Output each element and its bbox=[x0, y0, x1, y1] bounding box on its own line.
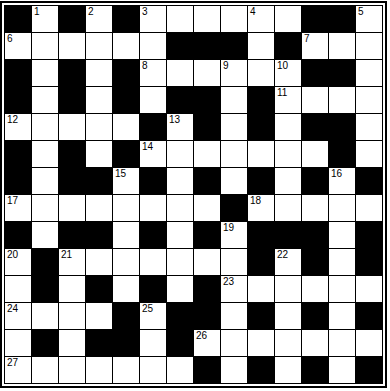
grid-cell[interactable] bbox=[194, 141, 220, 167]
blocked-cell bbox=[302, 303, 328, 329]
grid-cell[interactable]: 3 bbox=[140, 6, 166, 32]
blocked-cell bbox=[248, 357, 274, 383]
grid-cell[interactable] bbox=[32, 60, 58, 86]
clue-number: 8 bbox=[142, 60, 148, 71]
clue-number: 15 bbox=[115, 168, 126, 179]
blocked-cell bbox=[5, 168, 31, 194]
grid-cell[interactable] bbox=[113, 357, 139, 383]
blocked-cell bbox=[302, 168, 328, 194]
grid-cell[interactable] bbox=[275, 114, 301, 140]
grid-cell[interactable] bbox=[329, 195, 355, 221]
grid-cell[interactable] bbox=[194, 6, 220, 32]
grid-cell[interactable] bbox=[5, 276, 31, 302]
grid-cell[interactable] bbox=[113, 222, 139, 248]
grid-cell[interactable] bbox=[167, 6, 193, 32]
grid-cell[interactable] bbox=[275, 141, 301, 167]
grid-cell[interactable] bbox=[248, 33, 274, 59]
grid-cell[interactable]: 21 bbox=[59, 249, 85, 275]
grid-cell[interactable] bbox=[32, 141, 58, 167]
blocked-cell bbox=[167, 303, 193, 329]
blocked-cell bbox=[5, 60, 31, 86]
grid-cell[interactable] bbox=[140, 330, 166, 356]
blocked-cell bbox=[356, 249, 382, 275]
grid-cell[interactable] bbox=[221, 330, 247, 356]
blocked-cell bbox=[140, 168, 166, 194]
grid-cell[interactable]: 2 bbox=[86, 6, 112, 32]
grid-cell[interactable]: 18 bbox=[248, 195, 274, 221]
blocked-cell bbox=[5, 6, 31, 32]
grid-cell[interactable] bbox=[32, 303, 58, 329]
grid-cell[interactable]: 9 bbox=[221, 60, 247, 86]
grid-cell[interactable] bbox=[302, 87, 328, 113]
blocked-cell bbox=[140, 222, 166, 248]
grid-cell[interactable] bbox=[86, 114, 112, 140]
grid-cell[interactable] bbox=[356, 114, 382, 140]
blocked-cell bbox=[302, 114, 328, 140]
grid-cell[interactable] bbox=[5, 330, 31, 356]
grid-cell[interactable]: 8 bbox=[140, 60, 166, 86]
grid-cell[interactable] bbox=[329, 33, 355, 59]
blocked-cell bbox=[302, 357, 328, 383]
blocked-cell bbox=[86, 276, 112, 302]
blocked-cell bbox=[113, 303, 139, 329]
blocked-cell bbox=[248, 303, 274, 329]
grid-cell[interactable]: 15 bbox=[113, 168, 139, 194]
grid-cell[interactable] bbox=[302, 276, 328, 302]
clue-number: 23 bbox=[223, 276, 234, 287]
grid-cell[interactable] bbox=[167, 141, 193, 167]
clue-number: 2 bbox=[88, 6, 94, 17]
blocked-cell bbox=[302, 60, 328, 86]
blocked-cell bbox=[59, 87, 85, 113]
clue-number: 26 bbox=[196, 330, 207, 341]
blocked-cell bbox=[167, 87, 193, 113]
grid-cell[interactable] bbox=[167, 168, 193, 194]
grid-cell[interactable] bbox=[32, 222, 58, 248]
grid-cell[interactable] bbox=[329, 330, 355, 356]
clue-number: 11 bbox=[277, 87, 287, 98]
blocked-cell bbox=[5, 141, 31, 167]
blocked-cell bbox=[275, 33, 301, 59]
clue-number: 21 bbox=[61, 249, 72, 260]
grid-cell[interactable] bbox=[221, 357, 247, 383]
grid-cell[interactable] bbox=[194, 249, 220, 275]
blocked-cell bbox=[167, 330, 193, 356]
grid-cell[interactable]: 5 bbox=[356, 6, 382, 32]
blocked-cell bbox=[356, 168, 382, 194]
blocked-cell bbox=[221, 33, 247, 59]
grid-cell[interactable] bbox=[329, 276, 355, 302]
grid-cell[interactable]: 12 bbox=[5, 114, 31, 140]
grid-cell[interactable] bbox=[32, 195, 58, 221]
grid-cell[interactable] bbox=[59, 195, 85, 221]
blocked-cell bbox=[194, 303, 220, 329]
blocked-cell bbox=[302, 6, 328, 32]
blocked-cell bbox=[59, 168, 85, 194]
clue-number: 16 bbox=[331, 168, 342, 179]
clue-number: 24 bbox=[7, 303, 18, 314]
clue-number: 7 bbox=[304, 33, 310, 44]
grid-cell[interactable]: 25 bbox=[140, 303, 166, 329]
grid-cell[interactable]: 13 bbox=[167, 114, 193, 140]
blocked-cell bbox=[113, 141, 139, 167]
grid-cell[interactable] bbox=[302, 141, 328, 167]
blocked-cell bbox=[302, 249, 328, 275]
blocked-cell bbox=[248, 222, 274, 248]
clue-number: 5 bbox=[358, 6, 364, 17]
blocked-cell bbox=[86, 222, 112, 248]
blocked-cell bbox=[86, 168, 112, 194]
clue-number: 10 bbox=[277, 60, 288, 71]
clue-number: 25 bbox=[142, 303, 153, 314]
blocked-cell bbox=[32, 249, 58, 275]
grid-cell[interactable] bbox=[86, 60, 112, 86]
grid-cell[interactable] bbox=[356, 33, 382, 59]
grid-cell[interactable] bbox=[32, 114, 58, 140]
grid-cell[interactable]: 4 bbox=[248, 6, 274, 32]
grid-cell[interactable] bbox=[275, 168, 301, 194]
grid-cell[interactable]: 23 bbox=[221, 276, 247, 302]
grid-cell[interactable]: 27 bbox=[5, 357, 31, 383]
clue-number: 9 bbox=[223, 60, 229, 71]
blocked-cell bbox=[59, 141, 85, 167]
blocked-cell bbox=[113, 330, 139, 356]
grid-cell[interactable] bbox=[356, 330, 382, 356]
blocked-cell bbox=[113, 60, 139, 86]
grid-cell[interactable] bbox=[32, 33, 58, 59]
grid-cell[interactable] bbox=[167, 276, 193, 302]
grid-cell[interactable] bbox=[275, 330, 301, 356]
clue-number: 1 bbox=[34, 6, 40, 17]
grid-cell[interactable] bbox=[329, 222, 355, 248]
grid-cell[interactable]: 20 bbox=[5, 249, 31, 275]
blocked-cell bbox=[140, 114, 166, 140]
blocked-cell bbox=[140, 276, 166, 302]
blocked-cell bbox=[356, 303, 382, 329]
clue-number: 14 bbox=[142, 141, 153, 152]
grid-cell[interactable] bbox=[167, 60, 193, 86]
blocked-cell bbox=[194, 168, 220, 194]
grid-cell[interactable] bbox=[140, 249, 166, 275]
blocked-cell bbox=[248, 114, 274, 140]
grid-cell[interactable] bbox=[59, 303, 85, 329]
blocked-cell bbox=[329, 60, 355, 86]
grid-cell[interactable] bbox=[86, 357, 112, 383]
grid-cell[interactable] bbox=[86, 141, 112, 167]
clue-number: 19 bbox=[223, 222, 234, 233]
blocked-cell bbox=[329, 141, 355, 167]
grid-cell[interactable]: 16 bbox=[329, 168, 355, 194]
grid-cell[interactable] bbox=[86, 33, 112, 59]
grid-cell[interactable] bbox=[113, 114, 139, 140]
grid-cell[interactable] bbox=[275, 303, 301, 329]
grid-cell[interactable] bbox=[113, 195, 139, 221]
clue-number: 4 bbox=[250, 6, 256, 17]
grid-cell[interactable] bbox=[194, 195, 220, 221]
grid-cell[interactable] bbox=[140, 33, 166, 59]
grid-cell[interactable] bbox=[59, 276, 85, 302]
grid-cell[interactable] bbox=[221, 249, 247, 275]
grid-cell[interactable] bbox=[221, 114, 247, 140]
grid-cell[interactable] bbox=[275, 195, 301, 221]
blocked-cell bbox=[59, 6, 85, 32]
grid-cell[interactable]: 24 bbox=[5, 303, 31, 329]
blocked-cell bbox=[329, 6, 355, 32]
grid-cell[interactable] bbox=[140, 195, 166, 221]
grid-cell[interactable] bbox=[302, 195, 328, 221]
grid-cell[interactable] bbox=[113, 249, 139, 275]
grid-cell[interactable] bbox=[59, 33, 85, 59]
grid-cell[interactable] bbox=[59, 330, 85, 356]
grid-cell[interactable] bbox=[221, 6, 247, 32]
blocked-cell bbox=[248, 249, 274, 275]
grid-cell[interactable] bbox=[167, 357, 193, 383]
grid-cell[interactable] bbox=[248, 60, 274, 86]
grid-cell[interactable] bbox=[86, 195, 112, 221]
clue-number: 17 bbox=[7, 195, 18, 206]
grid-cell[interactable]: 22 bbox=[275, 249, 301, 275]
grid-cell[interactable] bbox=[248, 330, 274, 356]
grid-cell[interactable] bbox=[356, 195, 382, 221]
clue-number: 13 bbox=[169, 114, 180, 125]
grid-cell[interactable] bbox=[275, 276, 301, 302]
blocked-cell bbox=[86, 330, 112, 356]
grid-cell[interactable] bbox=[113, 33, 139, 59]
crossword-board-frame: 1234567891011121314151617181920212223242… bbox=[0, 1, 387, 388]
blocked-cell bbox=[194, 222, 220, 248]
grid-cell[interactable] bbox=[356, 141, 382, 167]
grid-cell[interactable] bbox=[140, 357, 166, 383]
grid-cell[interactable] bbox=[275, 357, 301, 383]
blocked-cell bbox=[248, 87, 274, 113]
grid-cell[interactable] bbox=[113, 276, 139, 302]
grid-cell[interactable] bbox=[221, 141, 247, 167]
blocked-cell bbox=[356, 357, 382, 383]
grid-cell[interactable] bbox=[329, 249, 355, 275]
blocked-cell bbox=[194, 276, 220, 302]
blocked-cell bbox=[302, 222, 328, 248]
grid-cell[interactable]: 7 bbox=[302, 33, 328, 59]
grid-cell[interactable] bbox=[86, 87, 112, 113]
grid-cell[interactable] bbox=[356, 276, 382, 302]
grid-cell[interactable]: 14 bbox=[140, 141, 166, 167]
blocked-cell bbox=[5, 222, 31, 248]
blocked-cell bbox=[194, 357, 220, 383]
grid-cell[interactable] bbox=[221, 303, 247, 329]
grid-cell[interactable]: 1 bbox=[32, 6, 58, 32]
blocked-cell bbox=[5, 87, 31, 113]
crossword-grid: 1234567891011121314151617181920212223242… bbox=[4, 5, 383, 384]
blocked-cell bbox=[59, 60, 85, 86]
clue-number: 6 bbox=[7, 33, 13, 44]
grid-cell[interactable] bbox=[86, 303, 112, 329]
blocked-cell bbox=[329, 114, 355, 140]
clue-number: 18 bbox=[250, 195, 261, 206]
grid-cell[interactable] bbox=[32, 357, 58, 383]
grid-cell[interactable] bbox=[167, 249, 193, 275]
blocked-cell bbox=[113, 87, 139, 113]
blocked-cell bbox=[356, 222, 382, 248]
grid-cell[interactable] bbox=[356, 60, 382, 86]
grid-cell[interactable] bbox=[248, 276, 274, 302]
grid-cell[interactable]: 10 bbox=[275, 60, 301, 86]
blocked-cell bbox=[32, 276, 58, 302]
blocked-cell bbox=[32, 330, 58, 356]
clue-number: 12 bbox=[7, 114, 18, 125]
blocked-cell bbox=[59, 222, 85, 248]
grid-cell[interactable] bbox=[302, 330, 328, 356]
blocked-cell bbox=[113, 6, 139, 32]
blocked-cell bbox=[194, 33, 220, 59]
blocked-cell bbox=[194, 87, 220, 113]
grid-cell[interactable] bbox=[329, 303, 355, 329]
grid-cell[interactable]: 11 bbox=[275, 87, 301, 113]
blocked-cell bbox=[248, 168, 274, 194]
grid-cell[interactable] bbox=[194, 60, 220, 86]
clue-number: 3 bbox=[142, 6, 148, 17]
clue-number: 27 bbox=[7, 357, 18, 368]
grid-cell[interactable] bbox=[32, 168, 58, 194]
grid-cell[interactable]: 17 bbox=[5, 195, 31, 221]
grid-cell[interactable]: 19 bbox=[221, 222, 247, 248]
blocked-cell bbox=[194, 114, 220, 140]
grid-cell[interactable] bbox=[275, 6, 301, 32]
grid-cell[interactable] bbox=[167, 195, 193, 221]
grid-cell[interactable] bbox=[140, 87, 166, 113]
grid-cell[interactable] bbox=[329, 357, 355, 383]
blocked-cell bbox=[275, 222, 301, 248]
grid-cell[interactable] bbox=[356, 87, 382, 113]
grid-cell[interactable] bbox=[221, 87, 247, 113]
blocked-cell bbox=[221, 195, 247, 221]
grid-cell[interactable] bbox=[167, 222, 193, 248]
grid-cell[interactable] bbox=[86, 249, 112, 275]
grid-cell[interactable]: 26 bbox=[194, 330, 220, 356]
grid-cell[interactable]: 6 bbox=[5, 33, 31, 59]
grid-cell[interactable] bbox=[32, 87, 58, 113]
clue-number: 22 bbox=[277, 249, 288, 260]
clue-number: 20 bbox=[7, 249, 18, 260]
grid-cell[interactable] bbox=[329, 87, 355, 113]
blocked-cell bbox=[167, 33, 193, 59]
grid-cell[interactable] bbox=[221, 168, 247, 194]
grid-cell[interactable] bbox=[59, 357, 85, 383]
grid-cell[interactable] bbox=[59, 114, 85, 140]
grid-cell[interactable] bbox=[248, 141, 274, 167]
